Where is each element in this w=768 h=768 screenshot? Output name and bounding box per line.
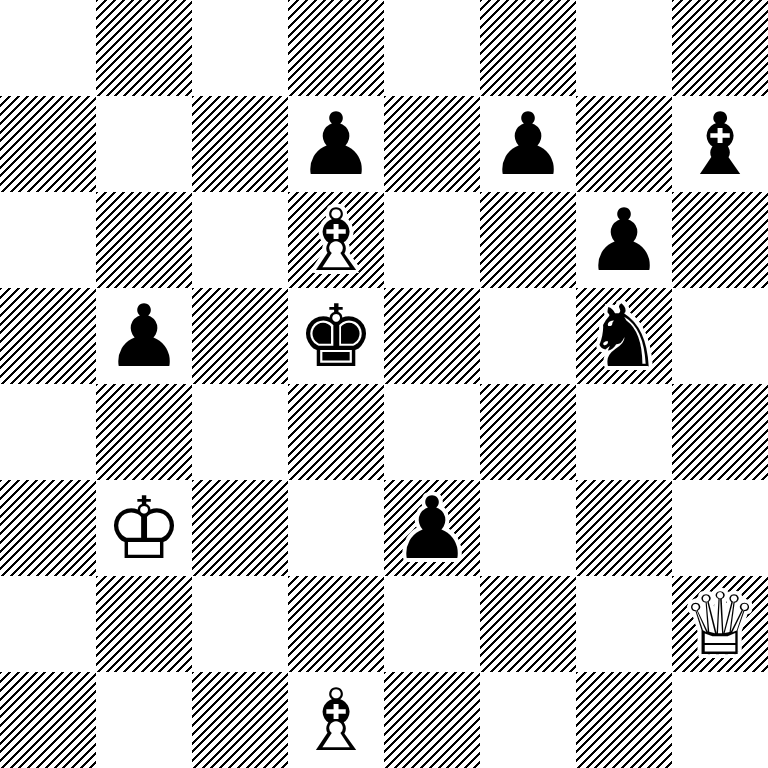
piece-glyph: ♟ — [288, 96, 384, 192]
square-b1[interactable] — [96, 672, 192, 768]
white-bishop[interactable]: ♝♗ — [288, 192, 384, 288]
square-e7[interactable] — [384, 96, 480, 192]
square-b8[interactable] — [96, 0, 192, 96]
square-h2[interactable]: ♛♕ — [672, 576, 768, 672]
square-b7[interactable] — [96, 96, 192, 192]
square-g2[interactable] — [576, 576, 672, 672]
square-e3[interactable]: ♟♟ — [384, 480, 480, 576]
black-pawn[interactable]: ♟♟ — [576, 192, 672, 288]
square-b5[interactable]: ♟♟ — [96, 288, 192, 384]
piece-glyph: ♕ — [672, 576, 768, 672]
square-a6[interactable] — [0, 192, 96, 288]
square-d4[interactable] — [288, 384, 384, 480]
square-b2[interactable] — [96, 576, 192, 672]
black-pawn[interactable]: ♟♟ — [96, 288, 192, 384]
square-e4[interactable] — [384, 384, 480, 480]
square-g8[interactable] — [576, 0, 672, 96]
piece-glyph: ♝ — [672, 96, 768, 192]
square-h3[interactable] — [672, 480, 768, 576]
piece-glyph: ♔ — [96, 480, 192, 576]
square-d1[interactable]: ♝♗ — [288, 672, 384, 768]
black-pawn[interactable]: ♟♟ — [480, 96, 576, 192]
square-f3[interactable] — [480, 480, 576, 576]
square-a3[interactable] — [0, 480, 96, 576]
square-g1[interactable] — [576, 672, 672, 768]
white-queen[interactable]: ♛♕ — [672, 576, 768, 672]
square-c8[interactable] — [192, 0, 288, 96]
piece-glyph: ♚ — [288, 288, 384, 384]
square-f7[interactable]: ♟♟ — [480, 96, 576, 192]
white-king[interactable]: ♚♔ — [96, 480, 192, 576]
square-b3[interactable]: ♚♔ — [96, 480, 192, 576]
square-h7[interactable]: ♝♝ — [672, 96, 768, 192]
square-a8[interactable] — [0, 0, 96, 96]
square-f2[interactable] — [480, 576, 576, 672]
square-c1[interactable] — [192, 672, 288, 768]
square-f5[interactable] — [480, 288, 576, 384]
square-c5[interactable] — [192, 288, 288, 384]
square-h8[interactable] — [672, 0, 768, 96]
square-b6[interactable] — [96, 192, 192, 288]
square-d8[interactable] — [288, 0, 384, 96]
black-pawn[interactable]: ♟♟ — [384, 480, 480, 576]
square-f4[interactable] — [480, 384, 576, 480]
square-a4[interactable] — [0, 384, 96, 480]
white-bishop[interactable]: ♝♗ — [288, 672, 384, 768]
square-f6[interactable] — [480, 192, 576, 288]
piece-glyph: ♟ — [96, 288, 192, 384]
square-a5[interactable] — [0, 288, 96, 384]
black-pawn[interactable]: ♟♟ — [288, 96, 384, 192]
square-h1[interactable] — [672, 672, 768, 768]
square-g5[interactable]: ♞♞ — [576, 288, 672, 384]
square-a7[interactable] — [0, 96, 96, 192]
black-knight[interactable]: ♞♞ — [576, 288, 672, 384]
square-f1[interactable] — [480, 672, 576, 768]
chess-board: ♟♟♟♟♝♝♝♗♟♟♟♟♚♚♞♞♚♔♟♟♛♕♝♗ — [0, 0, 768, 768]
square-b4[interactable] — [96, 384, 192, 480]
piece-glyph: ♟ — [576, 192, 672, 288]
square-e5[interactable] — [384, 288, 480, 384]
square-e6[interactable] — [384, 192, 480, 288]
square-g6[interactable]: ♟♟ — [576, 192, 672, 288]
square-c3[interactable] — [192, 480, 288, 576]
square-d5[interactable]: ♚♚ — [288, 288, 384, 384]
black-bishop[interactable]: ♝♝ — [672, 96, 768, 192]
square-h6[interactable] — [672, 192, 768, 288]
square-d6[interactable]: ♝♗ — [288, 192, 384, 288]
square-h5[interactable] — [672, 288, 768, 384]
square-h4[interactable] — [672, 384, 768, 480]
piece-glyph: ♟ — [480, 96, 576, 192]
square-e1[interactable] — [384, 672, 480, 768]
piece-glyph: ♗ — [288, 672, 384, 768]
square-g4[interactable] — [576, 384, 672, 480]
square-c4[interactable] — [192, 384, 288, 480]
piece-glyph: ♞ — [576, 288, 672, 384]
square-d2[interactable] — [288, 576, 384, 672]
square-a1[interactable] — [0, 672, 96, 768]
square-c6[interactable] — [192, 192, 288, 288]
square-c7[interactable] — [192, 96, 288, 192]
square-g7[interactable] — [576, 96, 672, 192]
square-g3[interactable] — [576, 480, 672, 576]
black-king[interactable]: ♚♚ — [288, 288, 384, 384]
square-e8[interactable] — [384, 0, 480, 96]
square-a2[interactable] — [0, 576, 96, 672]
square-c2[interactable] — [192, 576, 288, 672]
square-e2[interactable] — [384, 576, 480, 672]
piece-glyph: ♟ — [384, 480, 480, 576]
piece-glyph: ♗ — [288, 192, 384, 288]
square-f8[interactable] — [480, 0, 576, 96]
square-d3[interactable] — [288, 480, 384, 576]
square-d7[interactable]: ♟♟ — [288, 96, 384, 192]
